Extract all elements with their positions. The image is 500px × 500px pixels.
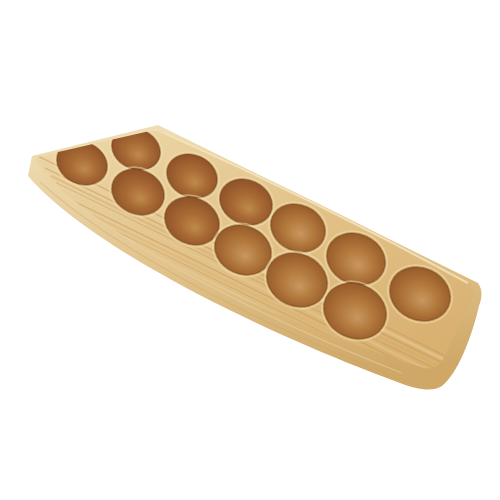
product-photo-stage — [0, 0, 500, 500]
